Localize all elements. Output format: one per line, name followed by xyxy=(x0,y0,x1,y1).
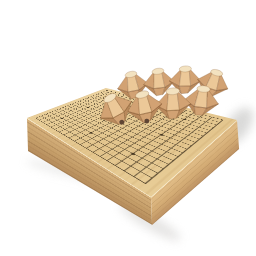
goban-legs-group xyxy=(0,0,256,256)
goban-product-photo[interactable] xyxy=(0,0,256,256)
